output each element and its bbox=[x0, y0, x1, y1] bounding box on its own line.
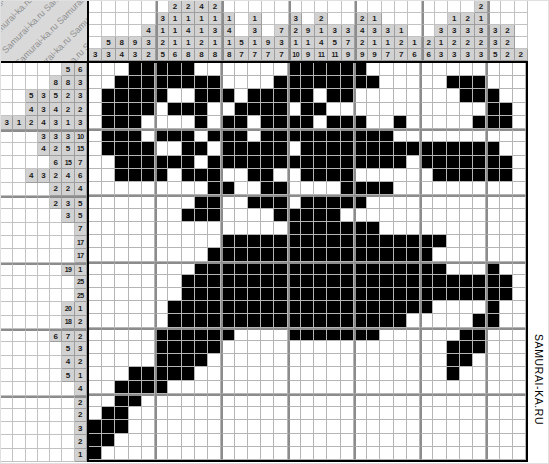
grid-cell-empty[interactable] bbox=[221, 447, 234, 460]
grid-cell-filled[interactable] bbox=[447, 367, 460, 380]
grid-cell-empty[interactable] bbox=[155, 314, 168, 327]
grid-cell-empty[interactable] bbox=[168, 169, 181, 182]
grid-cell-empty[interactable] bbox=[301, 367, 314, 380]
grid-cell-empty[interactable] bbox=[367, 195, 380, 208]
grid-cell-empty[interactable] bbox=[433, 209, 446, 222]
grid-cell-empty[interactable] bbox=[115, 275, 128, 288]
grid-cell-filled[interactable] bbox=[221, 248, 234, 261]
grid-cell-empty[interactable] bbox=[261, 420, 274, 433]
grid-cell-empty[interactable] bbox=[327, 341, 340, 354]
grid-cell-filled[interactable] bbox=[301, 63, 314, 76]
grid-cell-filled[interactable] bbox=[354, 288, 367, 301]
grid-cell-filled[interactable] bbox=[115, 116, 128, 129]
grid-cell-filled[interactable] bbox=[261, 103, 274, 116]
grid-cell-filled[interactable] bbox=[102, 142, 115, 155]
grid-cell-filled[interactable] bbox=[274, 275, 287, 288]
grid-cell-filled[interactable] bbox=[274, 262, 287, 275]
grid-cell-empty[interactable] bbox=[447, 447, 460, 460]
grid-cell-empty[interactable] bbox=[182, 262, 195, 275]
grid-cell-empty[interactable] bbox=[473, 248, 486, 261]
grid-cell-filled[interactable] bbox=[433, 262, 446, 275]
grid-cell-filled[interactable] bbox=[129, 156, 142, 169]
grid-cell-filled[interactable] bbox=[261, 248, 274, 261]
grid-cell-empty[interactable] bbox=[102, 222, 115, 235]
grid-cell-filled[interactable] bbox=[473, 328, 486, 341]
grid-cell-filled[interactable] bbox=[327, 209, 340, 222]
grid-cell-empty[interactable] bbox=[168, 89, 181, 102]
grid-cell-filled[interactable] bbox=[486, 142, 499, 155]
grid-cell-filled[interactable] bbox=[208, 156, 221, 169]
grid-cell-empty[interactable] bbox=[420, 103, 433, 116]
grid-cell-filled[interactable] bbox=[221, 328, 234, 341]
grid-cell-filled[interactable] bbox=[195, 301, 208, 314]
grid-cell-empty[interactable] bbox=[195, 367, 208, 380]
grid-cell-empty[interactable] bbox=[235, 89, 248, 102]
grid-cell-empty[interactable] bbox=[155, 407, 168, 420]
grid-cell-empty[interactable] bbox=[367, 407, 380, 420]
grid-cell-empty[interactable] bbox=[420, 341, 433, 354]
grid-cell-empty[interactable] bbox=[420, 328, 433, 341]
grid-cell-empty[interactable] bbox=[407, 314, 420, 327]
grid-cell-empty[interactable] bbox=[89, 381, 102, 394]
grid-cell-empty[interactable] bbox=[460, 182, 473, 195]
grid-cell-empty[interactable] bbox=[314, 434, 327, 447]
grid-cell-empty[interactable] bbox=[182, 182, 195, 195]
grid-cell-empty[interactable] bbox=[354, 407, 367, 420]
grid-cell-empty[interactable] bbox=[486, 354, 499, 367]
grid-cell-filled[interactable] bbox=[182, 142, 195, 155]
grid-cell-empty[interactable] bbox=[327, 434, 340, 447]
grid-cell-empty[interactable] bbox=[288, 195, 301, 208]
grid-cell-filled[interactable] bbox=[447, 275, 460, 288]
grid-cell-empty[interactable] bbox=[447, 248, 460, 261]
grid-cell-filled[interactable] bbox=[473, 169, 486, 182]
grid-cell-empty[interactable] bbox=[341, 103, 354, 116]
grid-cell-empty[interactable] bbox=[380, 328, 393, 341]
grid-cell-empty[interactable] bbox=[407, 103, 420, 116]
grid-cell-empty[interactable] bbox=[102, 182, 115, 195]
grid-cell-empty[interactable] bbox=[89, 103, 102, 116]
grid-cell-empty[interactable] bbox=[221, 381, 234, 394]
grid-cell-filled[interactable] bbox=[235, 301, 248, 314]
grid-cell-filled[interactable] bbox=[142, 76, 155, 89]
grid-cell-filled[interactable] bbox=[447, 354, 460, 367]
grid-cell-empty[interactable] bbox=[129, 434, 142, 447]
grid-cell-empty[interactable] bbox=[235, 169, 248, 182]
grid-cell-empty[interactable] bbox=[89, 89, 102, 102]
grid-cell-filled[interactable] bbox=[314, 235, 327, 248]
grid-cell-empty[interactable] bbox=[142, 420, 155, 433]
grid-cell-empty[interactable] bbox=[380, 103, 393, 116]
grid-cell-empty[interactable] bbox=[288, 103, 301, 116]
grid-cell-empty[interactable] bbox=[168, 447, 181, 460]
grid-cell-empty[interactable] bbox=[513, 262, 526, 275]
grid-cell-empty[interactable] bbox=[89, 142, 102, 155]
grid-cell-empty[interactable] bbox=[288, 407, 301, 420]
grid-cell-filled[interactable] bbox=[274, 209, 287, 222]
grid-cell-filled[interactable] bbox=[208, 129, 221, 142]
grid-cell-filled[interactable] bbox=[327, 156, 340, 169]
grid-cell-filled[interactable] bbox=[367, 275, 380, 288]
grid-cell-empty[interactable] bbox=[168, 394, 181, 407]
grid-cell-filled[interactable] bbox=[195, 288, 208, 301]
grid-cell-empty[interactable] bbox=[301, 381, 314, 394]
grid-cell-empty[interactable] bbox=[288, 354, 301, 367]
grid-cell-filled[interactable] bbox=[248, 275, 261, 288]
grid-cell-empty[interactable] bbox=[142, 301, 155, 314]
grid-cell-empty[interactable] bbox=[155, 301, 168, 314]
grid-cell-filled[interactable] bbox=[380, 248, 393, 261]
grid-cell-empty[interactable] bbox=[142, 447, 155, 460]
grid-cell-filled[interactable] bbox=[341, 314, 354, 327]
grid-cell-filled[interactable] bbox=[129, 63, 142, 76]
grid-cell-filled[interactable] bbox=[341, 301, 354, 314]
grid-cell-empty[interactable] bbox=[182, 89, 195, 102]
grid-cell-empty[interactable] bbox=[288, 182, 301, 195]
grid-cell-filled[interactable] bbox=[486, 169, 499, 182]
grid-cell-filled[interactable] bbox=[142, 142, 155, 155]
grid-cell-filled[interactable] bbox=[129, 116, 142, 129]
grid-cell-empty[interactable] bbox=[473, 381, 486, 394]
grid-cell-empty[interactable] bbox=[407, 209, 420, 222]
grid-cell-empty[interactable] bbox=[341, 394, 354, 407]
grid-cell-filled[interactable] bbox=[447, 341, 460, 354]
grid-cell-empty[interactable] bbox=[513, 222, 526, 235]
grid-cell-empty[interactable] bbox=[115, 209, 128, 222]
grid-cell-filled[interactable] bbox=[182, 275, 195, 288]
grid-cell-empty[interactable] bbox=[460, 314, 473, 327]
grid-cell-filled[interactable] bbox=[433, 235, 446, 248]
grid-cell-filled[interactable] bbox=[301, 248, 314, 261]
grid-cell-filled[interactable] bbox=[142, 89, 155, 102]
grid-cell-empty[interactable] bbox=[500, 447, 513, 460]
grid-cell-filled[interactable] bbox=[380, 301, 393, 314]
grid-cell-filled[interactable] bbox=[274, 195, 287, 208]
grid-cell-filled[interactable] bbox=[261, 288, 274, 301]
grid-cell-empty[interactable] bbox=[420, 182, 433, 195]
grid-cell-empty[interactable] bbox=[208, 381, 221, 394]
grid-cell-empty[interactable] bbox=[394, 328, 407, 341]
grid-cell-filled[interactable] bbox=[314, 248, 327, 261]
grid-cell-empty[interactable] bbox=[380, 116, 393, 129]
grid-cell-filled[interactable] bbox=[447, 288, 460, 301]
grid-cell-empty[interactable] bbox=[208, 354, 221, 367]
grid-cell-filled[interactable] bbox=[486, 89, 499, 102]
grid-cell-empty[interactable] bbox=[288, 169, 301, 182]
grid-cell-empty[interactable] bbox=[460, 394, 473, 407]
grid-cell-filled[interactable] bbox=[221, 182, 234, 195]
grid-cell-filled[interactable] bbox=[301, 129, 314, 142]
grid-cell-empty[interactable] bbox=[221, 63, 234, 76]
grid-cell-empty[interactable] bbox=[473, 195, 486, 208]
grid-cell-empty[interactable] bbox=[248, 222, 261, 235]
grid-cell-empty[interactable] bbox=[235, 394, 248, 407]
grid-cell-empty[interactable] bbox=[420, 354, 433, 367]
grid-cell-filled[interactable] bbox=[235, 142, 248, 155]
grid-cell-empty[interactable] bbox=[261, 447, 274, 460]
grid-cell-empty[interactable] bbox=[235, 222, 248, 235]
grid-cell-filled[interactable] bbox=[394, 262, 407, 275]
grid-cell-filled[interactable] bbox=[261, 235, 274, 248]
grid-cell-filled[interactable] bbox=[235, 314, 248, 327]
grid-cell-empty[interactable] bbox=[420, 434, 433, 447]
grid-cell-empty[interactable] bbox=[142, 275, 155, 288]
grid-cell-filled[interactable] bbox=[129, 367, 142, 380]
grid-cell-empty[interactable] bbox=[380, 381, 393, 394]
grid-cell-filled[interactable] bbox=[182, 354, 195, 367]
grid-cell-filled[interactable] bbox=[407, 262, 420, 275]
grid-cell-empty[interactable] bbox=[447, 89, 460, 102]
grid-cell-empty[interactable] bbox=[500, 328, 513, 341]
grid-cell-filled[interactable] bbox=[460, 288, 473, 301]
grid-cell-filled[interactable] bbox=[182, 169, 195, 182]
grid-cell-empty[interactable] bbox=[142, 195, 155, 208]
grid-cell-filled[interactable] bbox=[420, 156, 433, 169]
grid-cell-filled[interactable] bbox=[367, 156, 380, 169]
grid-cell-empty[interactable] bbox=[142, 182, 155, 195]
grid-cell-filled[interactable] bbox=[500, 288, 513, 301]
grid-cell-filled[interactable] bbox=[248, 262, 261, 275]
grid-cell-filled[interactable] bbox=[155, 76, 168, 89]
grid-cell-filled[interactable] bbox=[261, 89, 274, 102]
grid-cell-empty[interactable] bbox=[129, 182, 142, 195]
grid-cell-empty[interactable] bbox=[407, 394, 420, 407]
grid-cell-filled[interactable] bbox=[394, 235, 407, 248]
grid-cell-empty[interactable] bbox=[513, 76, 526, 89]
grid-cell-filled[interactable] bbox=[248, 195, 261, 208]
grid-cell-empty[interactable] bbox=[314, 407, 327, 420]
grid-cell-filled[interactable] bbox=[486, 314, 499, 327]
grid-cell-filled[interactable] bbox=[327, 222, 340, 235]
grid-cell-filled[interactable] bbox=[327, 116, 340, 129]
grid-cell-empty[interactable] bbox=[327, 407, 340, 420]
grid-cell-empty[interactable] bbox=[115, 367, 128, 380]
grid-cell-filled[interactable] bbox=[182, 63, 195, 76]
grid-cell-empty[interactable] bbox=[420, 420, 433, 433]
grid-cell-empty[interactable] bbox=[380, 89, 393, 102]
grid-cell-empty[interactable] bbox=[327, 367, 340, 380]
grid-cell-empty[interactable] bbox=[486, 129, 499, 142]
grid-cell-filled[interactable] bbox=[261, 169, 274, 182]
grid-cell-empty[interactable] bbox=[208, 142, 221, 155]
grid-cell-empty[interactable] bbox=[513, 195, 526, 208]
grid-cell-empty[interactable] bbox=[208, 447, 221, 460]
grid-cell-filled[interactable] bbox=[221, 89, 234, 102]
grid-cell-empty[interactable] bbox=[102, 288, 115, 301]
grid-cell-filled[interactable] bbox=[288, 222, 301, 235]
grid-cell-empty[interactable] bbox=[473, 367, 486, 380]
grid-cell-empty[interactable] bbox=[513, 103, 526, 116]
grid-cell-empty[interactable] bbox=[486, 209, 499, 222]
grid-cell-empty[interactable] bbox=[89, 328, 102, 341]
grid-cell-empty[interactable] bbox=[208, 222, 221, 235]
grid-cell-filled[interactable] bbox=[129, 76, 142, 89]
grid-cell-empty[interactable] bbox=[394, 182, 407, 195]
grid-cell-empty[interactable] bbox=[447, 420, 460, 433]
grid-cell-empty[interactable] bbox=[420, 209, 433, 222]
grid-cell-empty[interactable] bbox=[327, 394, 340, 407]
grid-cell-empty[interactable] bbox=[195, 434, 208, 447]
grid-cell-filled[interactable] bbox=[327, 275, 340, 288]
grid-cell-filled[interactable] bbox=[420, 142, 433, 155]
grid-cell-empty[interactable] bbox=[460, 248, 473, 261]
grid-cell-filled[interactable] bbox=[473, 116, 486, 129]
grid-cell-empty[interactable] bbox=[500, 76, 513, 89]
grid-cell-filled[interactable] bbox=[288, 288, 301, 301]
grid-cell-filled[interactable] bbox=[195, 262, 208, 275]
grid-cell-empty[interactable] bbox=[420, 89, 433, 102]
grid-cell-empty[interactable] bbox=[460, 222, 473, 235]
grid-cell-empty[interactable] bbox=[500, 407, 513, 420]
grid-cell-filled[interactable] bbox=[354, 116, 367, 129]
grid-cell-filled[interactable] bbox=[129, 89, 142, 102]
grid-cell-filled[interactable] bbox=[235, 288, 248, 301]
grid-cell-filled[interactable] bbox=[486, 275, 499, 288]
grid-cell-filled[interactable] bbox=[473, 341, 486, 354]
grid-cell-filled[interactable] bbox=[102, 116, 115, 129]
grid-cell-empty[interactable] bbox=[288, 341, 301, 354]
grid-cell-filled[interactable] bbox=[394, 301, 407, 314]
grid-cell-empty[interactable] bbox=[102, 447, 115, 460]
grid-cell-empty[interactable] bbox=[221, 76, 234, 89]
grid-cell-filled[interactable] bbox=[407, 248, 420, 261]
grid-cell-empty[interactable] bbox=[354, 367, 367, 380]
grid-cell-empty[interactable] bbox=[195, 394, 208, 407]
grid-cell-filled[interactable] bbox=[367, 288, 380, 301]
grid-cell-filled[interactable] bbox=[248, 169, 261, 182]
grid-cell-empty[interactable] bbox=[407, 328, 420, 341]
grid-cell-filled[interactable] bbox=[168, 314, 181, 327]
grid-cell-empty[interactable] bbox=[394, 341, 407, 354]
grid-cell-empty[interactable] bbox=[168, 222, 181, 235]
grid-cell-filled[interactable] bbox=[394, 116, 407, 129]
grid-cell-empty[interactable] bbox=[367, 89, 380, 102]
grid-cell-empty[interactable] bbox=[155, 275, 168, 288]
grid-cell-filled[interactable] bbox=[301, 195, 314, 208]
grid-cell-filled[interactable] bbox=[394, 142, 407, 155]
grid-cell-empty[interactable] bbox=[89, 288, 102, 301]
grid-cell-empty[interactable] bbox=[380, 367, 393, 380]
grid-cell-empty[interactable] bbox=[500, 381, 513, 394]
grid-cell-empty[interactable] bbox=[460, 407, 473, 420]
grid-cell-empty[interactable] bbox=[142, 407, 155, 420]
grid-cell-filled[interactable] bbox=[261, 116, 274, 129]
grid-cell-filled[interactable] bbox=[473, 156, 486, 169]
grid-cell-empty[interactable] bbox=[447, 222, 460, 235]
grid-cell-empty[interactable] bbox=[261, 367, 274, 380]
grid-cell-empty[interactable] bbox=[500, 262, 513, 275]
grid-cell-empty[interactable] bbox=[89, 262, 102, 275]
grid-cell-filled[interactable] bbox=[102, 434, 115, 447]
grid-cell-empty[interactable] bbox=[142, 314, 155, 327]
grid-cell-filled[interactable] bbox=[142, 103, 155, 116]
grid-cell-filled[interactable] bbox=[354, 275, 367, 288]
grid-cell-filled[interactable] bbox=[261, 262, 274, 275]
grid-cell-filled[interactable] bbox=[155, 381, 168, 394]
grid-cell-empty[interactable] bbox=[407, 420, 420, 433]
grid-cell-empty[interactable] bbox=[420, 195, 433, 208]
grid-cell-empty[interactable] bbox=[380, 354, 393, 367]
grid-cell-empty[interactable] bbox=[208, 235, 221, 248]
grid-cell-empty[interactable] bbox=[473, 407, 486, 420]
grid-cell-empty[interactable] bbox=[235, 76, 248, 89]
grid-cell-filled[interactable] bbox=[195, 328, 208, 341]
grid-cell-filled[interactable] bbox=[314, 169, 327, 182]
grid-cell-filled[interactable] bbox=[195, 354, 208, 367]
grid-cell-empty[interactable] bbox=[380, 394, 393, 407]
grid-cell-filled[interactable] bbox=[380, 314, 393, 327]
grid-cell-filled[interactable] bbox=[248, 142, 261, 155]
grid-cell-filled[interactable] bbox=[235, 262, 248, 275]
grid-cell-filled[interactable] bbox=[129, 103, 142, 116]
grid-cell-filled[interactable] bbox=[486, 103, 499, 116]
grid-cell-empty[interactable] bbox=[433, 248, 446, 261]
grid-cell-empty[interactable] bbox=[195, 129, 208, 142]
grid-cell-filled[interactable] bbox=[208, 314, 221, 327]
grid-cell-empty[interactable] bbox=[182, 248, 195, 261]
grid-cell-filled[interactable] bbox=[288, 314, 301, 327]
grid-cell-filled[interactable] bbox=[195, 314, 208, 327]
grid-cell-filled[interactable] bbox=[327, 169, 340, 182]
grid-cell-empty[interactable] bbox=[407, 341, 420, 354]
grid-cell-filled[interactable] bbox=[208, 275, 221, 288]
grid-cell-filled[interactable] bbox=[341, 262, 354, 275]
grid-cell-empty[interactable] bbox=[433, 367, 446, 380]
grid-cell-empty[interactable] bbox=[327, 182, 340, 195]
grid-cell-filled[interactable] bbox=[341, 116, 354, 129]
grid-cell-empty[interactable] bbox=[182, 116, 195, 129]
grid-cell-empty[interactable] bbox=[235, 63, 248, 76]
grid-cell-filled[interactable] bbox=[394, 248, 407, 261]
grid-cell-filled[interactable] bbox=[341, 89, 354, 102]
grid-cell-filled[interactable] bbox=[182, 76, 195, 89]
grid-cell-empty[interactable] bbox=[115, 63, 128, 76]
grid-cell-filled[interactable] bbox=[235, 116, 248, 129]
grid-cell-empty[interactable] bbox=[155, 182, 168, 195]
grid-cell-filled[interactable] bbox=[500, 116, 513, 129]
grid-cell-empty[interactable] bbox=[486, 434, 499, 447]
grid-cell-empty[interactable] bbox=[155, 288, 168, 301]
grid-cell-filled[interactable] bbox=[314, 103, 327, 116]
grid-cell-empty[interactable] bbox=[155, 142, 168, 155]
grid-cell-filled[interactable] bbox=[420, 288, 433, 301]
grid-cell-empty[interactable] bbox=[433, 195, 446, 208]
grid-cell-empty[interactable] bbox=[195, 156, 208, 169]
grid-cell-filled[interactable] bbox=[155, 89, 168, 102]
grid-cell-empty[interactable] bbox=[235, 328, 248, 341]
grid-cell-empty[interactable] bbox=[500, 301, 513, 314]
grid-cell-empty[interactable] bbox=[460, 129, 473, 142]
grid-cell-empty[interactable] bbox=[102, 248, 115, 261]
grid-cell-empty[interactable] bbox=[460, 301, 473, 314]
grid-cell-filled[interactable] bbox=[89, 420, 102, 433]
grid-cell-empty[interactable] bbox=[261, 222, 274, 235]
grid-cell-filled[interactable] bbox=[288, 156, 301, 169]
grid-cell-empty[interactable] bbox=[248, 367, 261, 380]
grid-cell-empty[interactable] bbox=[420, 381, 433, 394]
grid-cell-empty[interactable] bbox=[235, 434, 248, 447]
grid-cell-empty[interactable] bbox=[513, 129, 526, 142]
grid-cell-empty[interactable] bbox=[354, 381, 367, 394]
grid-cell-empty[interactable] bbox=[460, 262, 473, 275]
grid-cell-filled[interactable] bbox=[115, 381, 128, 394]
grid-cell-filled[interactable] bbox=[182, 103, 195, 116]
grid-cell-filled[interactable] bbox=[208, 209, 221, 222]
grid-cell-empty[interactable] bbox=[102, 301, 115, 314]
grid-cell-filled[interactable] bbox=[182, 367, 195, 380]
grid-cell-empty[interactable] bbox=[301, 394, 314, 407]
grid-cell-empty[interactable] bbox=[155, 248, 168, 261]
